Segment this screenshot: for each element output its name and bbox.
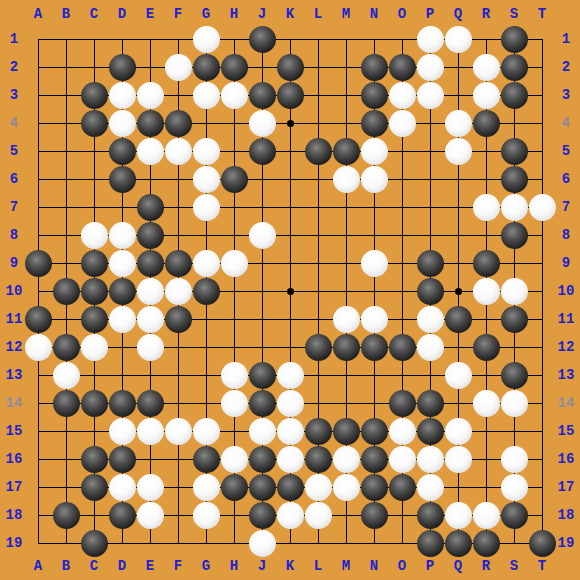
intersection-m17[interactable] [332,473,360,501]
black-stone-r9[interactable] [473,250,500,277]
black-stone-c16[interactable] [81,446,108,473]
black-stone-p9[interactable] [417,250,444,277]
intersection-n11[interactable] [360,305,388,333]
intersection-e3[interactable] [136,81,164,109]
black-stone-k3[interactable] [277,82,304,109]
black-stone-d18[interactable] [109,502,136,529]
white-stone-e18[interactable] [137,502,164,529]
black-stone-l15[interactable] [305,418,332,445]
intersection-g3[interactable] [192,81,220,109]
intersection-d5[interactable] [108,137,136,165]
intersection-c14[interactable] [80,389,108,417]
intersection-b14[interactable] [52,389,80,417]
black-stone-n2[interactable] [361,54,388,81]
intersection-q18[interactable] [444,501,472,529]
intersection-c10[interactable] [80,277,108,305]
intersection-r9[interactable] [472,249,500,277]
black-stone-s3[interactable] [501,82,528,109]
intersection-p14[interactable] [416,389,444,417]
white-stone-d8[interactable] [109,222,136,249]
black-stone-j13[interactable] [249,362,276,389]
white-stone-s10[interactable] [501,278,528,305]
intersection-d16[interactable] [108,445,136,473]
intersection-r3[interactable] [472,81,500,109]
intersection-o15[interactable] [388,417,416,445]
white-stone-e5[interactable] [137,138,164,165]
white-stone-e12[interactable] [137,334,164,361]
black-stone-l12[interactable] [305,334,332,361]
white-stone-g5[interactable] [193,138,220,165]
intersection-p18[interactable] [416,501,444,529]
white-stone-p1[interactable] [417,26,444,53]
intersection-o16[interactable] [388,445,416,473]
white-stone-r10[interactable] [473,278,500,305]
intersection-c19[interactable] [80,529,108,557]
intersection-d18[interactable] [108,501,136,529]
black-stone-d6[interactable] [109,166,136,193]
black-stone-n3[interactable] [361,82,388,109]
intersection-c3[interactable] [80,81,108,109]
intersection-n12[interactable] [360,333,388,361]
black-stone-s8[interactable] [501,222,528,249]
white-stone-q18[interactable] [445,502,472,529]
white-stone-g17[interactable] [193,474,220,501]
intersection-n6[interactable] [360,165,388,193]
white-stone-e17[interactable] [137,474,164,501]
intersection-d6[interactable] [108,165,136,193]
white-stone-k18[interactable] [277,502,304,529]
intersection-f2[interactable] [164,53,192,81]
white-stone-e11[interactable] [137,306,164,333]
black-stone-p15[interactable] [417,418,444,445]
intersection-l16[interactable] [304,445,332,473]
intersection-g16[interactable] [192,445,220,473]
intersection-m11[interactable] [332,305,360,333]
black-stone-c3[interactable] [81,82,108,109]
intersection-s5[interactable] [500,137,528,165]
intersection-g10[interactable] [192,277,220,305]
intersection-e17[interactable] [136,473,164,501]
intersection-g18[interactable] [192,501,220,529]
intersection-b10[interactable] [52,277,80,305]
black-stone-p19[interactable] [417,530,444,557]
white-stone-m6[interactable] [333,166,360,193]
intersection-j19[interactable] [248,529,276,557]
intersection-m6[interactable] [332,165,360,193]
intersection-r19[interactable] [472,529,500,557]
white-stone-g3[interactable] [193,82,220,109]
intersection-f5[interactable] [164,137,192,165]
white-stone-l17[interactable] [305,474,332,501]
white-stone-n6[interactable] [361,166,388,193]
black-stone-n15[interactable] [361,418,388,445]
white-stone-s14[interactable] [501,390,528,417]
intersection-n3[interactable] [360,81,388,109]
intersection-d17[interactable] [108,473,136,501]
intersection-h2[interactable] [220,53,248,81]
black-stone-m5[interactable] [333,138,360,165]
black-stone-n16[interactable] [361,446,388,473]
intersection-k15[interactable] [276,417,304,445]
white-stone-p16[interactable] [417,446,444,473]
intersection-m15[interactable] [332,417,360,445]
intersection-s10[interactable] [500,277,528,305]
black-stone-f9[interactable] [165,250,192,277]
intersection-s17[interactable] [500,473,528,501]
intersection-q13[interactable] [444,361,472,389]
black-stone-j17[interactable] [249,474,276,501]
black-stone-p14[interactable] [417,390,444,417]
black-stone-o14[interactable] [389,390,416,417]
intersection-d10[interactable] [108,277,136,305]
intersection-k16[interactable] [276,445,304,473]
intersection-p2[interactable] [416,53,444,81]
white-stone-f10[interactable] [165,278,192,305]
black-stone-n12[interactable] [361,334,388,361]
white-stone-r3[interactable] [473,82,500,109]
intersection-s14[interactable] [500,389,528,417]
white-stone-l18[interactable] [305,502,332,529]
intersection-s1[interactable] [500,25,528,53]
black-stone-r4[interactable] [473,110,500,137]
intersection-s16[interactable] [500,445,528,473]
intersection-n5[interactable] [360,137,388,165]
black-stone-r19[interactable] [473,530,500,557]
intersection-r4[interactable] [472,109,500,137]
intersection-c11[interactable] [80,305,108,333]
white-stone-d4[interactable] [109,110,136,137]
intersection-r2[interactable] [472,53,500,81]
white-stone-h9[interactable] [221,250,248,277]
intersection-l18[interactable] [304,501,332,529]
intersection-k13[interactable] [276,361,304,389]
intersection-n15[interactable] [360,417,388,445]
white-stone-p2[interactable] [417,54,444,81]
intersection-r10[interactable] [472,277,500,305]
intersection-j13[interactable] [248,361,276,389]
black-stone-r12[interactable] [473,334,500,361]
intersection-d11[interactable] [108,305,136,333]
intersection-k18[interactable] [276,501,304,529]
intersection-q11[interactable] [444,305,472,333]
intersection-j3[interactable] [248,81,276,109]
white-stone-d9[interactable] [109,250,136,277]
intersection-c16[interactable] [80,445,108,473]
white-stone-k14[interactable] [277,390,304,417]
black-stone-b18[interactable] [53,502,80,529]
black-stone-s18[interactable] [501,502,528,529]
intersection-r14[interactable] [472,389,500,417]
white-stone-k15[interactable] [277,418,304,445]
intersection-q4[interactable] [444,109,472,137]
intersection-q5[interactable] [444,137,472,165]
intersection-o14[interactable] [388,389,416,417]
black-stone-c14[interactable] [81,390,108,417]
intersection-s8[interactable] [500,221,528,249]
intersection-g2[interactable] [192,53,220,81]
white-stone-j4[interactable] [249,110,276,137]
intersection-g17[interactable] [192,473,220,501]
white-stone-d17[interactable] [109,474,136,501]
black-stone-m12[interactable] [333,334,360,361]
intersection-p16[interactable] [416,445,444,473]
black-stone-j5[interactable] [249,138,276,165]
white-stone-k13[interactable] [277,362,304,389]
black-stone-n17[interactable] [361,474,388,501]
white-stone-p12[interactable] [417,334,444,361]
intersection-c4[interactable] [80,109,108,137]
intersection-r12[interactable] [472,333,500,361]
black-stone-g2[interactable] [193,54,220,81]
black-stone-s6[interactable] [501,166,528,193]
white-stone-h3[interactable] [221,82,248,109]
white-stone-k16[interactable] [277,446,304,473]
black-stone-d10[interactable] [109,278,136,305]
intersection-c17[interactable] [80,473,108,501]
intersection-m12[interactable] [332,333,360,361]
black-stone-p10[interactable] [417,278,444,305]
white-stone-g6[interactable] [193,166,220,193]
intersection-d15[interactable] [108,417,136,445]
intersection-h6[interactable] [220,165,248,193]
white-stone-a12[interactable] [25,334,52,361]
intersection-q19[interactable] [444,529,472,557]
white-stone-s16[interactable] [501,446,528,473]
intersection-h9[interactable] [220,249,248,277]
white-stone-q4[interactable] [445,110,472,137]
black-stone-d16[interactable] [109,446,136,473]
white-stone-b13[interactable] [53,362,80,389]
intersection-g6[interactable] [192,165,220,193]
intersection-a11[interactable] [24,305,52,333]
intersection-s3[interactable] [500,81,528,109]
intersection-s11[interactable] [500,305,528,333]
intersection-o2[interactable] [388,53,416,81]
white-stone-m17[interactable] [333,474,360,501]
intersection-n2[interactable] [360,53,388,81]
black-stone-l16[interactable] [305,446,332,473]
white-stone-q15[interactable] [445,418,472,445]
intersection-j4[interactable] [248,109,276,137]
intersection-k14[interactable] [276,389,304,417]
intersection-j8[interactable] [248,221,276,249]
white-stone-g7[interactable] [193,194,220,221]
intersection-j1[interactable] [248,25,276,53]
intersection-d9[interactable] [108,249,136,277]
intersection-s13[interactable] [500,361,528,389]
intersection-p11[interactable] [416,305,444,333]
black-stone-p18[interactable] [417,502,444,529]
black-stone-e8[interactable] [137,222,164,249]
intersection-c12[interactable] [80,333,108,361]
black-stone-c11[interactable] [81,306,108,333]
intersection-e10[interactable] [136,277,164,305]
black-stone-g10[interactable] [193,278,220,305]
black-stone-b10[interactable] [53,278,80,305]
black-stone-j3[interactable] [249,82,276,109]
black-stone-c17[interactable] [81,474,108,501]
white-stone-q13[interactable] [445,362,472,389]
intersection-c9[interactable] [80,249,108,277]
white-stone-h16[interactable] [221,446,248,473]
white-stone-f2[interactable] [165,54,192,81]
intersection-f9[interactable] [164,249,192,277]
white-stone-p11[interactable] [417,306,444,333]
black-stone-b14[interactable] [53,390,80,417]
intersection-m16[interactable] [332,445,360,473]
black-stone-f4[interactable] [165,110,192,137]
intersection-k17[interactable] [276,473,304,501]
black-stone-c19[interactable] [81,530,108,557]
white-stone-s17[interactable] [501,474,528,501]
white-stone-f15[interactable] [165,418,192,445]
black-stone-j18[interactable] [249,502,276,529]
white-stone-g9[interactable] [193,250,220,277]
intersection-q16[interactable] [444,445,472,473]
black-stone-s13[interactable] [501,362,528,389]
white-stone-j8[interactable] [249,222,276,249]
intersection-o12[interactable] [388,333,416,361]
black-stone-h6[interactable] [221,166,248,193]
intersection-g7[interactable] [192,193,220,221]
intersection-h14[interactable] [220,389,248,417]
intersection-j15[interactable] [248,417,276,445]
black-stone-s5[interactable] [501,138,528,165]
black-stone-c4[interactable] [81,110,108,137]
black-stone-n18[interactable] [361,502,388,529]
black-stone-e14[interactable] [137,390,164,417]
intersection-p9[interactable] [416,249,444,277]
intersection-o3[interactable] [388,81,416,109]
intersection-e9[interactable] [136,249,164,277]
black-stone-d2[interactable] [109,54,136,81]
intersection-e11[interactable] [136,305,164,333]
white-stone-p17[interactable] [417,474,444,501]
intersection-p10[interactable] [416,277,444,305]
black-stone-s2[interactable] [501,54,528,81]
white-stone-c12[interactable] [81,334,108,361]
white-stone-e15[interactable] [137,418,164,445]
intersection-k3[interactable] [276,81,304,109]
black-stone-k2[interactable] [277,54,304,81]
white-stone-m11[interactable] [333,306,360,333]
intersection-d14[interactable] [108,389,136,417]
black-stone-f11[interactable] [165,306,192,333]
intersection-f15[interactable] [164,417,192,445]
black-stone-e4[interactable] [137,110,164,137]
white-stone-c8[interactable] [81,222,108,249]
black-stone-o2[interactable] [389,54,416,81]
white-stone-n5[interactable] [361,138,388,165]
intersection-p17[interactable] [416,473,444,501]
intersection-j16[interactable] [248,445,276,473]
white-stone-g1[interactable] [193,26,220,53]
intersection-s18[interactable] [500,501,528,529]
white-stone-r7[interactable] [473,194,500,221]
black-stone-k17[interactable] [277,474,304,501]
white-stone-o15[interactable] [389,418,416,445]
intersection-q15[interactable] [444,417,472,445]
white-stone-h13[interactable] [221,362,248,389]
black-stone-j16[interactable] [249,446,276,473]
intersection-k2[interactable] [276,53,304,81]
white-stone-e10[interactable] [137,278,164,305]
intersection-d8[interactable] [108,221,136,249]
intersection-a12[interactable] [24,333,52,361]
intersection-r7[interactable] [472,193,500,221]
black-stone-q11[interactable] [445,306,472,333]
white-stone-d11[interactable] [109,306,136,333]
intersection-p19[interactable] [416,529,444,557]
intersection-n9[interactable] [360,249,388,277]
black-stone-d5[interactable] [109,138,136,165]
white-stone-d15[interactable] [109,418,136,445]
white-stone-n9[interactable] [361,250,388,277]
intersection-o4[interactable] [388,109,416,137]
intersection-g15[interactable] [192,417,220,445]
intersection-e14[interactable] [136,389,164,417]
intersection-p1[interactable] [416,25,444,53]
intersection-h3[interactable] [220,81,248,109]
intersection-f10[interactable] [164,277,192,305]
white-stone-g18[interactable] [193,502,220,529]
white-stone-h14[interactable] [221,390,248,417]
black-stone-m15[interactable] [333,418,360,445]
black-stone-g16[interactable] [193,446,220,473]
intersection-d2[interactable] [108,53,136,81]
white-stone-q5[interactable] [445,138,472,165]
intersection-p3[interactable] [416,81,444,109]
intersection-n16[interactable] [360,445,388,473]
intersection-h16[interactable] [220,445,248,473]
intersection-e12[interactable] [136,333,164,361]
black-stone-a9[interactable] [25,250,52,277]
white-stone-e3[interactable] [137,82,164,109]
intersection-l5[interactable] [304,137,332,165]
white-stone-f5[interactable] [165,138,192,165]
white-stone-m16[interactable] [333,446,360,473]
intersection-j14[interactable] [248,389,276,417]
black-stone-b12[interactable] [53,334,80,361]
intersection-n18[interactable] [360,501,388,529]
black-stone-s1[interactable] [501,26,528,53]
white-stone-p3[interactable] [417,82,444,109]
intersection-e5[interactable] [136,137,164,165]
goban[interactable]: AABBCCDDEEFFGGHHJJKKLLMMNNOOPPQQRRSSTT11… [0,0,580,580]
black-stone-e9[interactable] [137,250,164,277]
white-stone-r18[interactable] [473,502,500,529]
intersection-s7[interactable] [500,193,528,221]
white-stone-d3[interactable] [109,82,136,109]
black-stone-q19[interactable] [445,530,472,557]
black-stone-c9[interactable] [81,250,108,277]
black-stone-c10[interactable] [81,278,108,305]
black-stone-h2[interactable] [221,54,248,81]
intersection-s2[interactable] [500,53,528,81]
intersection-o17[interactable] [388,473,416,501]
white-stone-q1[interactable] [445,26,472,53]
white-stone-o4[interactable] [389,110,416,137]
black-stone-s11[interactable] [501,306,528,333]
intersection-m5[interactable] [332,137,360,165]
white-stone-r14[interactable] [473,390,500,417]
white-stone-r2[interactable] [473,54,500,81]
board-grid[interactable] [24,25,556,557]
intersection-j18[interactable] [248,501,276,529]
white-stone-j15[interactable] [249,418,276,445]
black-stone-e7[interactable] [137,194,164,221]
intersection-d4[interactable] [108,109,136,137]
